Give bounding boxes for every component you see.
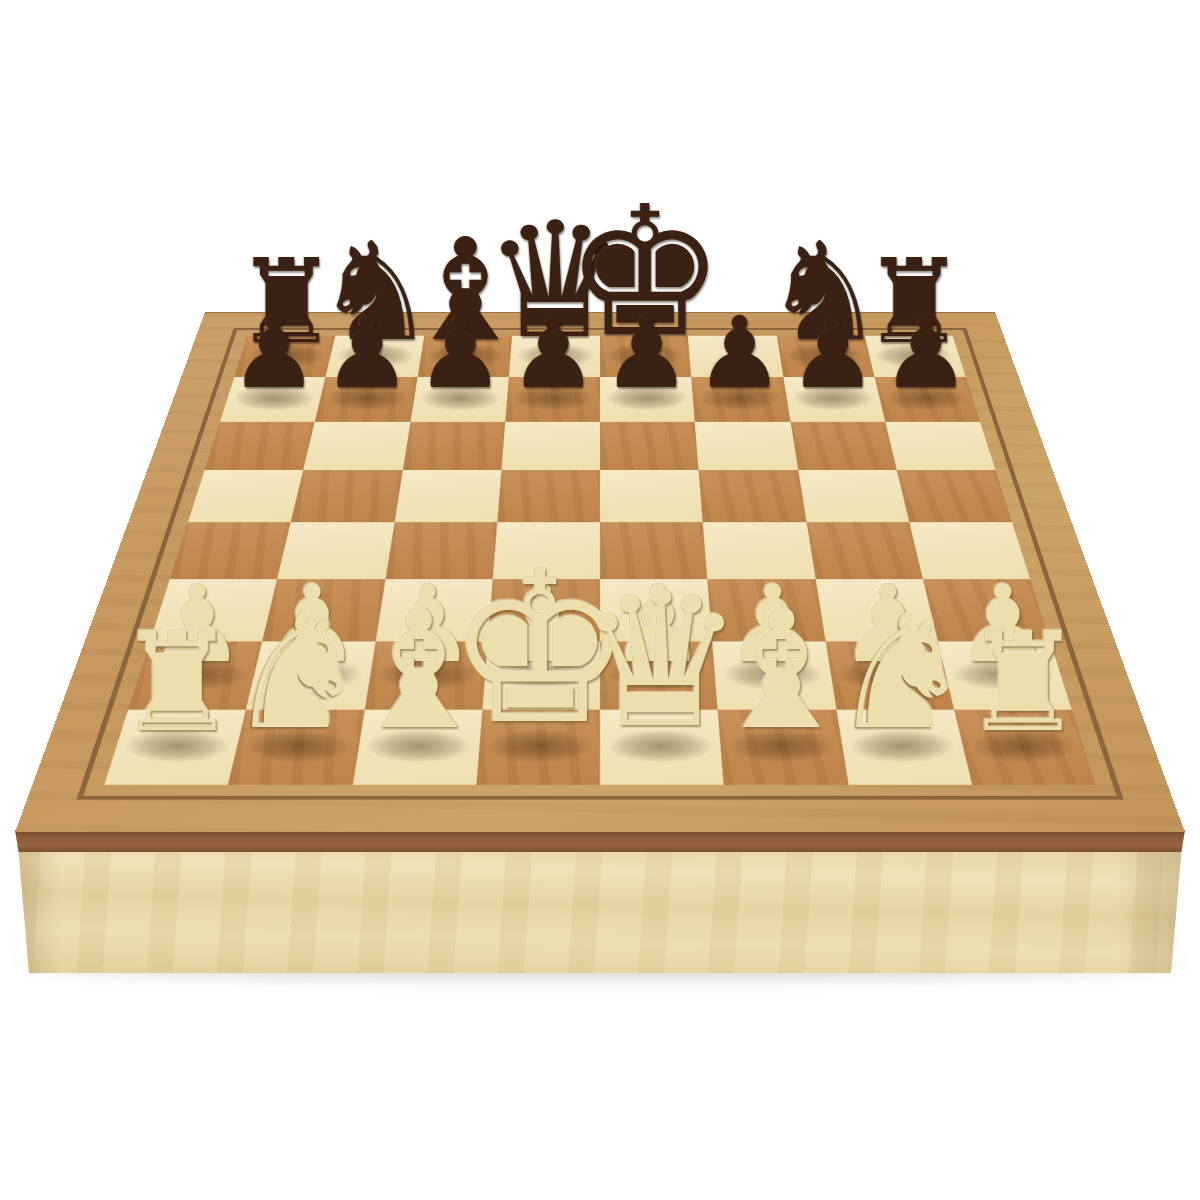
board-square [836,710,972,785]
chess-set [205,312,995,872]
board-square [128,641,262,709]
board-square [402,422,505,470]
board-square [688,336,783,377]
board-square [600,579,713,641]
board-square [104,710,246,785]
board-square [326,336,424,377]
board-square [708,579,825,641]
board-square [501,422,600,470]
board-square [600,377,695,422]
board-square [220,377,326,422]
board-square [505,377,600,422]
product-photo: ♜♞♝♛♚♞♜♟♟♟♟♟♟♟♟♟♟♟♟♟♟♟♟♜♞♝♚♛♝♞♜ [0,0,1200,1200]
board-square [897,470,1013,522]
board-square [790,422,897,470]
board-square [205,422,315,470]
board-square [277,522,394,579]
board-square [394,470,501,522]
board-square [417,336,512,377]
board-square [783,377,885,422]
board-square [303,422,410,470]
board-square [825,641,954,709]
board-square [699,470,806,522]
board-square [909,522,1030,579]
board-square [600,641,718,709]
board-square [600,422,699,470]
board-square [806,522,923,579]
board-square [864,336,965,377]
board-square [352,710,482,785]
board-square [923,579,1050,641]
chess-board [15,312,1185,832]
board-square [487,579,600,641]
board-square [874,377,980,422]
board-square [291,470,402,522]
board-square [492,522,600,579]
board-square [776,336,874,377]
board-square [938,641,1072,709]
board-square [476,710,600,785]
board-grid [104,336,1095,785]
board-square [691,377,790,422]
board-square [600,470,703,522]
board-square [885,422,995,470]
board-square [703,522,815,579]
board-square [262,579,384,641]
board-square [385,522,497,579]
board-square [798,470,909,522]
board-square [410,377,509,422]
board-square [234,336,335,377]
board-square [315,377,417,422]
board-square [954,710,1096,785]
board-square [695,422,798,470]
board-square [188,470,304,522]
board-square [600,336,691,377]
board-square [482,641,600,709]
board-square [718,710,848,785]
board-square [600,522,708,579]
board-square [713,641,836,709]
board-square [170,522,291,579]
board-square [375,579,492,641]
board-square [364,641,487,709]
board-square [815,579,937,641]
board-square [509,336,600,377]
board-square [600,710,724,785]
board-square [228,710,364,785]
board-square [497,470,600,522]
board-square [150,579,277,641]
board-square [246,641,375,709]
